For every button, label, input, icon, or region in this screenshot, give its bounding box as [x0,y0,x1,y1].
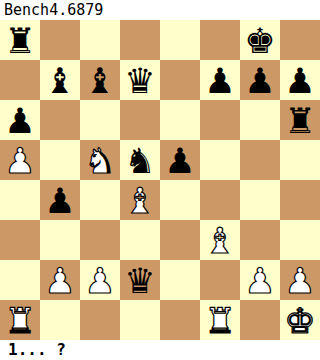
white-rook: ♜ [200,300,240,340]
black-queen: ♛ [120,260,160,300]
square-d6[interactable] [120,100,160,140]
square-b2[interactable]: ♟ [40,260,80,300]
square-g4[interactable] [240,180,280,220]
square-h4[interactable] [280,180,320,220]
white-knight: ♞ [80,140,120,180]
square-d1[interactable] [120,300,160,340]
white-pawn: ♟ [40,260,80,300]
black-pawn: ♟ [40,180,80,220]
square-d8[interactable] [120,20,160,60]
square-b3[interactable] [40,220,80,260]
square-h3[interactable] [280,220,320,260]
square-c6[interactable] [80,100,120,140]
square-h2[interactable]: ♟ [280,260,320,300]
square-c1[interactable] [80,300,120,340]
square-a7[interactable] [0,60,40,100]
square-g8[interactable]: ♚ [240,20,280,60]
square-d4[interactable]: ♝ [120,180,160,220]
chess-board: ♜♚♝♝♛♟♟♟♟♜♟♞♞♟♟♝♝♟♟♛♟♟♜♜♚ [0,20,320,340]
square-c2[interactable]: ♟ [80,260,120,300]
square-g2[interactable]: ♟ [240,260,280,300]
square-f3[interactable]: ♝ [200,220,240,260]
square-a5[interactable]: ♟ [0,140,40,180]
page-title: Bench4.6879 [0,0,320,20]
black-rook: ♜ [0,20,40,60]
square-f8[interactable] [200,20,240,60]
square-e1[interactable] [160,300,200,340]
square-a3[interactable] [0,220,40,260]
square-f7[interactable]: ♟ [200,60,240,100]
black-bishop: ♝ [80,60,120,100]
square-b6[interactable] [40,100,80,140]
square-g3[interactable] [240,220,280,260]
square-c5[interactable]: ♞ [80,140,120,180]
square-e8[interactable] [160,20,200,60]
white-bishop: ♝ [120,180,160,220]
square-g6[interactable] [240,100,280,140]
square-a6[interactable]: ♟ [0,100,40,140]
square-e3[interactable] [160,220,200,260]
white-king: ♚ [280,300,320,340]
square-d2[interactable]: ♛ [120,260,160,300]
white-pawn: ♟ [80,260,120,300]
white-pawn: ♟ [0,140,40,180]
square-c7[interactable]: ♝ [80,60,120,100]
square-h6[interactable]: ♜ [280,100,320,140]
square-f5[interactable] [200,140,240,180]
square-f1[interactable]: ♜ [200,300,240,340]
square-g5[interactable] [240,140,280,180]
chess-app-window: Bench4.6879 ♜♚♝♝♛♟♟♟♟♜♟♞♞♟♟♝♝♟♟♛♟♟♜♜♚ 1.… [0,0,320,360]
square-h5[interactable] [280,140,320,180]
move-prompt: 1... ? [0,340,320,360]
square-a1[interactable]: ♜ [0,300,40,340]
square-b7[interactable]: ♝ [40,60,80,100]
square-e2[interactable] [160,260,200,300]
black-knight: ♞ [120,140,160,180]
white-pawn: ♟ [280,260,320,300]
square-a4[interactable] [0,180,40,220]
square-f4[interactable] [200,180,240,220]
square-h7[interactable]: ♟ [280,60,320,100]
black-pawn: ♟ [160,140,200,180]
square-b4[interactable]: ♟ [40,180,80,220]
black-pawn: ♟ [280,60,320,100]
white-pawn: ♟ [240,260,280,300]
square-h1[interactable]: ♚ [280,300,320,340]
white-rook: ♜ [0,300,40,340]
square-g7[interactable]: ♟ [240,60,280,100]
square-e5[interactable]: ♟ [160,140,200,180]
square-h8[interactable] [280,20,320,60]
square-f6[interactable] [200,100,240,140]
black-rook: ♜ [280,100,320,140]
square-a2[interactable] [0,260,40,300]
black-pawn: ♟ [240,60,280,100]
black-king: ♚ [240,20,280,60]
black-pawn: ♟ [200,60,240,100]
square-d3[interactable] [120,220,160,260]
black-queen: ♛ [120,60,160,100]
square-d5[interactable]: ♞ [120,140,160,180]
square-e4[interactable] [160,180,200,220]
square-c8[interactable] [80,20,120,60]
square-e6[interactable] [160,100,200,140]
square-b1[interactable] [40,300,80,340]
square-c3[interactable] [80,220,120,260]
square-d7[interactable]: ♛ [120,60,160,100]
square-f2[interactable] [200,260,240,300]
square-c4[interactable] [80,180,120,220]
white-bishop: ♝ [200,220,240,260]
square-b5[interactable] [40,140,80,180]
square-g1[interactable] [240,300,280,340]
square-b8[interactable] [40,20,80,60]
black-pawn: ♟ [0,100,40,140]
square-e7[interactable] [160,60,200,100]
black-bishop: ♝ [40,60,80,100]
square-a8[interactable]: ♜ [0,20,40,60]
